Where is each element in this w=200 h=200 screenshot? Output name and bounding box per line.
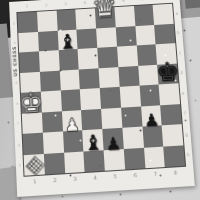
square-c8 — [156, 43, 177, 64]
square-h1 — [24, 153, 45, 175]
coordinate-label: 5 — [105, 173, 125, 180]
coordinate-label: 2 — [45, 176, 65, 183]
chess-mat: 12345678 12345678 abcdefgh abcdefgh US C… — [9, 0, 195, 197]
coordinate-label: 8 — [165, 169, 186, 176]
coordinate-label: b — [174, 23, 183, 43]
us-chess-logo-icon — [25, 155, 45, 175]
dark-corner-top-right-inner — [184, 0, 200, 9]
coordinate-label: a — [172, 3, 181, 23]
coordinate-label: 1 — [17, 3, 37, 9]
square-h3 — [64, 151, 85, 173]
square-d4 — [79, 68, 100, 89]
square-c2 — [39, 50, 60, 71]
square-b6 — [115, 26, 136, 47]
square-f1 — [22, 112, 43, 134]
square-e7 — [139, 84, 160, 106]
square-b2 — [38, 30, 58, 51]
square-a2 — [37, 11, 57, 32]
square-g8 — [162, 124, 183, 146]
coordinate-label: g — [182, 124, 192, 145]
square-e4 — [80, 88, 101, 110]
coordinate-label: g — [15, 134, 24, 155]
square-a6 — [114, 6, 135, 27]
square-c1 — [19, 51, 40, 72]
square-b8 — [154, 23, 175, 44]
coordinate-label: d — [177, 63, 187, 84]
square-a4 — [76, 8, 97, 29]
square-c4 — [78, 48, 99, 69]
coordinate-label: 1 — [25, 178, 45, 185]
square-d6 — [118, 65, 139, 86]
coordinate-label: 6 — [125, 171, 145, 178]
chess-board: ♛♝♚♚♟♟♝♟ — [17, 4, 185, 176]
square-h8 — [163, 145, 185, 167]
square-c6 — [117, 45, 138, 66]
square-e6 — [119, 86, 140, 108]
coordinate-label: 3 — [65, 175, 85, 182]
coordinate-label: 7 — [133, 0, 153, 2]
coordinate-label: h — [183, 144, 193, 165]
square-e3 — [60, 89, 81, 111]
square-b7 — [135, 25, 156, 46]
coordinate-label: 5 — [94, 0, 114, 4]
square-g4: ♝ — [82, 129, 103, 151]
square-h5 — [104, 149, 125, 171]
coordinate-label: f — [14, 113, 23, 134]
coordinate-label: 3 — [56, 0, 76, 6]
square-c7 — [136, 44, 157, 65]
square-f5 — [101, 107, 122, 129]
square-h2 — [44, 152, 65, 174]
square-c3 — [58, 49, 79, 70]
square-b1 — [18, 31, 38, 52]
coordinate-label: f — [180, 103, 190, 124]
square-e1: ♚ — [21, 92, 42, 114]
square-g5: ♟ — [102, 128, 123, 150]
square-a3 — [56, 9, 76, 30]
square-d5 — [99, 67, 120, 88]
square-f4 — [81, 108, 102, 130]
coordinate-label: 2 — [36, 2, 56, 8]
square-g2 — [43, 131, 64, 153]
square-g7 — [142, 125, 163, 147]
square-h4 — [84, 150, 105, 172]
coordinate-label: 8 — [152, 0, 172, 1]
square-g6 — [122, 127, 143, 149]
us-chess-brand-text: US CHESS — [11, 46, 17, 77]
square-d3 — [59, 69, 80, 90]
coordinate-label: a — [10, 13, 19, 33]
square-e2 — [41, 90, 62, 112]
square-d8: ♚ — [157, 63, 178, 84]
square-d1 — [20, 71, 41, 92]
coordinate-label: e — [13, 93, 22, 114]
square-e8 — [159, 83, 180, 105]
coordinate-label: 7 — [145, 170, 166, 177]
square-b4 — [77, 28, 98, 49]
photo-scene: 12345678 12345678 abcdefgh abcdefgh US C… — [0, 0, 200, 200]
square-f8 — [160, 104, 181, 126]
square-d7 — [138, 64, 159, 85]
square-f7: ♟ — [141, 105, 162, 127]
square-g3 — [62, 130, 83, 152]
square-h6 — [124, 147, 145, 169]
square-a5: ♛ — [95, 7, 116, 28]
square-f6 — [121, 106, 142, 128]
coordinate-label: 6 — [114, 0, 134, 3]
square-f3: ♟ — [61, 110, 82, 132]
square-e5 — [100, 87, 121, 109]
coordinate-label: 4 — [75, 0, 95, 5]
square-d2 — [40, 70, 61, 91]
coordinate-label: c — [175, 43, 185, 63]
square-a8 — [153, 4, 174, 25]
square-a1 — [17, 12, 37, 33]
square-a7 — [134, 5, 155, 26]
coordinate-label: h — [15, 155, 24, 177]
square-b3: ♝ — [57, 29, 78, 50]
square-c5 — [97, 47, 118, 68]
coordinate-label: 4 — [85, 174, 105, 181]
coordinate-label: e — [178, 83, 188, 104]
square-f2 — [42, 111, 63, 133]
square-g1 — [23, 133, 44, 155]
square-h7 — [143, 146, 165, 168]
square-b5 — [96, 27, 117, 48]
